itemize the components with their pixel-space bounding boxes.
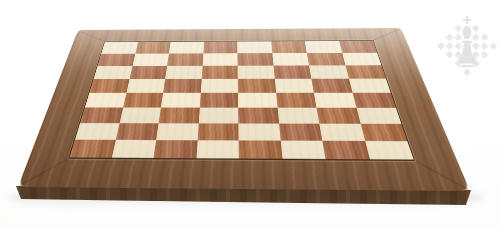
square-c3 [159, 108, 200, 124]
square-b6 [129, 66, 167, 79]
square-g2 [319, 124, 364, 141]
square-b4 [123, 93, 163, 108]
square-g1 [322, 141, 369, 160]
square-a4 [85, 93, 126, 108]
square-c8 [169, 42, 204, 54]
square-d1 [196, 140, 239, 158]
square-e3 [238, 108, 279, 124]
square-e7 [237, 53, 273, 66]
square-g5 [311, 79, 352, 93]
square-e6 [238, 66, 275, 79]
square-a8 [101, 42, 137, 54]
product-photo [0, 0, 500, 228]
square-e1 [239, 140, 282, 158]
square-a7 [97, 54, 134, 66]
board-playing-field [68, 40, 415, 161]
square-c7 [167, 53, 203, 65]
square-b5 [126, 79, 165, 93]
chessboard [18, 28, 470, 191]
square-h2 [360, 124, 407, 141]
square-a6 [94, 66, 133, 79]
square-g6 [309, 65, 349, 78]
square-a2 [75, 123, 119, 140]
square-f6 [273, 65, 311, 78]
square-e4 [238, 93, 277, 108]
square-e8 [237, 41, 272, 53]
square-f4 [276, 93, 317, 108]
square-d4 [199, 93, 238, 108]
watermark-logo [437, 13, 499, 79]
square-f8 [271, 41, 307, 53]
square-h5 [348, 79, 390, 93]
square-a3 [80, 107, 123, 123]
square-h3 [356, 108, 401, 124]
square-c5 [163, 79, 201, 93]
square-c4 [161, 93, 200, 108]
square-c2 [156, 123, 198, 140]
square-f2 [279, 124, 323, 141]
square-a1 [69, 140, 115, 158]
square-c1 [153, 140, 197, 158]
square-g4 [314, 93, 356, 108]
square-g7 [307, 53, 345, 66]
square-d8 [203, 42, 237, 54]
square-c6 [165, 66, 202, 79]
square-h8 [339, 41, 377, 53]
square-d7 [202, 53, 237, 66]
square-b2 [115, 123, 158, 140]
square-d5 [200, 79, 238, 93]
square-d3 [198, 108, 238, 124]
square-f3 [277, 108, 319, 124]
square-e2 [238, 123, 280, 140]
square-g8 [305, 41, 342, 53]
square-d2 [197, 123, 238, 140]
square-b3 [119, 108, 161, 124]
square-b8 [135, 42, 171, 54]
square-h6 [345, 65, 386, 78]
square-g3 [316, 108, 360, 124]
square-f7 [272, 53, 309, 66]
square-h7 [342, 53, 382, 66]
square-h1 [365, 141, 414, 160]
square-e5 [238, 79, 276, 93]
logo-chess-piece-icon [458, 16, 475, 67]
square-b1 [111, 140, 156, 158]
square-b7 [132, 54, 169, 66]
square-h4 [352, 93, 396, 108]
square-d6 [201, 66, 237, 79]
square-f5 [274, 79, 313, 93]
square-a5 [89, 79, 129, 93]
square-f1 [280, 141, 325, 159]
